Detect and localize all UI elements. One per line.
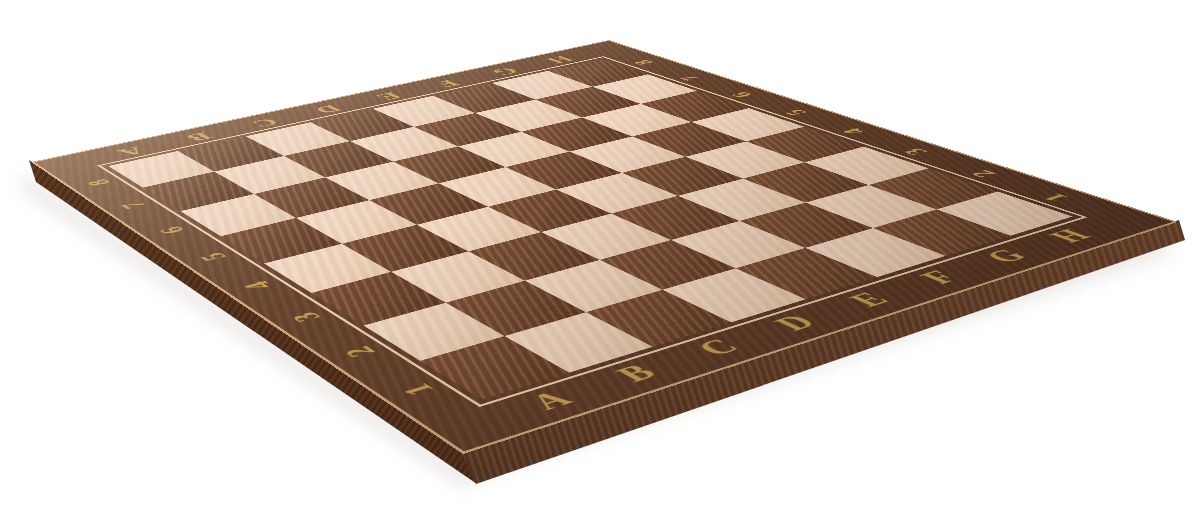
coordinate-label: 1 xyxy=(394,380,444,399)
coordinate-label: 5 xyxy=(193,250,235,264)
coordinate-label: B xyxy=(607,360,666,387)
coordinate-label: 4 xyxy=(836,126,871,136)
coordinate-label: C xyxy=(687,335,748,361)
coordinate-label: E xyxy=(371,90,408,102)
coordinate-label: 3 xyxy=(898,146,935,157)
coordinate-label: D xyxy=(765,311,826,336)
coordinate-label: 2 xyxy=(336,343,383,360)
product-photo-stage: ABCDEFGH ABCDEFGH 87654321 87654321 xyxy=(0,0,1200,509)
coordinate-label: 5 xyxy=(779,108,813,117)
coordinate-label: 7 xyxy=(115,199,154,211)
chessboard: ABCDEFGH ABCDEFGH 87654321 87654321 xyxy=(31,40,1178,454)
coordinate-label: 3 xyxy=(284,309,329,325)
playing-field xyxy=(108,59,1072,400)
coordinate-label: 1 xyxy=(1036,191,1075,203)
coordinate-label: 4 xyxy=(237,278,281,293)
coordinate-label: H xyxy=(1040,226,1101,246)
coordinate-label: F xyxy=(911,267,968,288)
coordinate-label: 8 xyxy=(628,59,659,67)
coordinate-label: A xyxy=(520,386,582,415)
coordinate-label: A xyxy=(113,144,151,158)
coordinate-label: 8 xyxy=(81,177,118,188)
coordinate-label: H xyxy=(540,54,579,65)
coordinate-label: 7 xyxy=(675,74,707,82)
coordinate-label: E xyxy=(840,288,899,311)
coordinate-label: 6 xyxy=(725,90,758,99)
coordinate-label: C xyxy=(246,116,284,129)
coordinate-label: G xyxy=(976,245,1037,266)
coordinate-label: F xyxy=(430,78,465,89)
coordinate-label: B xyxy=(181,130,218,144)
coordinate-label: G xyxy=(485,66,524,78)
coordinate-label: D xyxy=(309,103,347,116)
coordinate-label: 6 xyxy=(152,224,192,237)
coordinate-label: 2 xyxy=(964,168,1002,179)
